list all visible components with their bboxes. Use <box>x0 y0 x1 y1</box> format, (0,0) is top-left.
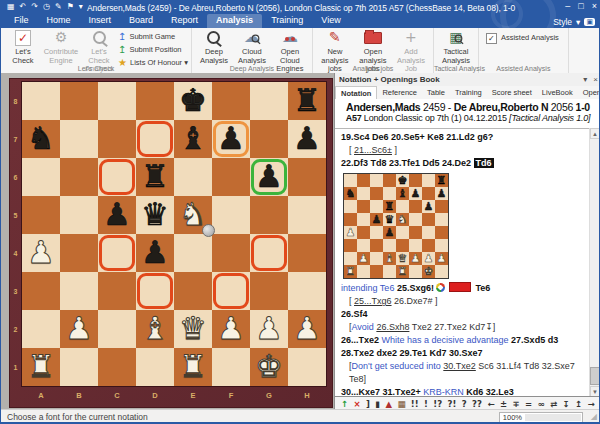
square-f2: ♟ <box>409 252 422 265</box>
square-f5 <box>409 213 422 226</box>
minimize-button[interactable]: – <box>565 1 570 11</box>
style-menu[interactable]: Style <box>553 17 572 27</box>
notation-tab-bar: NotationReferenceTableTrainingScore shee… <box>335 86 600 100</box>
tab-home[interactable]: Home <box>38 14 80 28</box>
square-e2: ♛ <box>396 252 409 265</box>
square-e6 <box>396 200 409 213</box>
notation-symbol-button-6[interactable]: !! <box>411 399 419 409</box>
square-d5: ♛ <box>383 213 396 226</box>
deep-analysis-button[interactable]: Deep Analysis <box>195 30 233 65</box>
highlight-g4 <box>251 235 287 271</box>
square-f3[interactable] <box>212 272 250 310</box>
black-rook[interactable]: ♜ <box>136 158 174 196</box>
square-e8[interactable]: ♚ <box>174 82 212 120</box>
square-f7: ♟ <box>409 187 422 200</box>
checkbox-icon: ✓ <box>486 33 497 44</box>
notation-symbol-button-9[interactable]: ?! <box>448 399 457 409</box>
title-bar: ▦↶↷◷✎⚑▾ Andersen,Mads (2459) - De Abreu,… <box>1 0 600 28</box>
notation-tab-livebook[interactable]: LiveBook <box>537 86 578 99</box>
move-text[interactable]: 25.Sxg6! <box>397 283 434 293</box>
black-knight: ♞ <box>344 187 357 200</box>
move-text[interactable]: 22.Df3 Td8 23.Tfe1 Dd5 24.De2 <box>341 158 474 168</box>
square-b5 <box>357 213 370 226</box>
new-analysis-jobs-icon: ✎ <box>329 33 341 45</box>
panel-title: Notation + Openings Book <box>339 75 440 84</box>
white-pawn[interactable]: ♟ <box>22 234 60 272</box>
black-pawn[interactable]: ♟ <box>212 120 250 158</box>
rank-label-6: 6 <box>9 158 22 196</box>
square-h7: ♟ <box>435 187 448 200</box>
drag-handle-dot[interactable] <box>202 224 215 237</box>
highlight-d3 <box>137 273 173 309</box>
square-a8[interactable] <box>22 82 60 120</box>
button-label: Submit Game <box>129 32 175 41</box>
notation-symbol-button-17[interactable]: ⇄ <box>550 399 557 409</box>
square-c5[interactable]: ♟ <box>98 196 136 234</box>
square-h1 <box>435 265 448 278</box>
white-queen[interactable]: ♛ <box>174 310 212 348</box>
file-label-b: B <box>60 388 98 406</box>
black-pawn: ♟ <box>422 200 435 213</box>
white-pawn[interactable]: ♟ <box>60 310 98 348</box>
annotator: [Tactical Analysis 1.0] <box>509 113 590 123</box>
rank-label-4: 4 <box>9 234 22 272</box>
submit-position-icon: ↥ <box>118 44 126 55</box>
square-a4[interactable]: ♟ <box>22 234 60 272</box>
square-a2[interactable] <box>22 310 60 348</box>
white-elo: 2459 - <box>420 101 453 113</box>
highlight-d7 <box>137 121 173 157</box>
open-cloud-engines-icon: ☁ <box>282 33 298 45</box>
notation-tab-score-sheet[interactable]: Score sheet <box>487 86 537 99</box>
square-g6[interactable]: ♟ <box>250 158 288 196</box>
square-a2 <box>344 252 357 265</box>
square-d7 <box>383 187 396 200</box>
square-g3[interactable] <box>250 272 288 310</box>
square-g5 <box>422 213 435 226</box>
square-f1 <box>409 265 422 278</box>
help-icon[interactable]: ▣ <box>584 18 595 26</box>
square-d4[interactable]: ♟ <box>136 234 174 272</box>
black-rook: ♜ <box>383 200 396 213</box>
contribute-engine-button: ⚙Contribute Engine <box>42 30 80 65</box>
square-b6 <box>357 200 370 213</box>
square-b5[interactable] <box>60 196 98 234</box>
square-g6: ♟ <box>422 200 435 213</box>
square-e4 <box>396 226 409 239</box>
black-rook: ♜ <box>435 174 448 187</box>
square-g4[interactable] <box>250 234 288 272</box>
submit-game-icon: ↥ <box>118 31 126 42</box>
rank-label-1: 1 <box>9 348 22 386</box>
square-d7[interactable] <box>136 120 174 158</box>
square-g8 <box>422 174 435 187</box>
game-header: Andersen,Mads 2459 - De Abreu,Roberto N … <box>335 99 600 129</box>
file-label-c: C <box>98 388 136 406</box>
notation-line: [ 25...Txg6 26.Dxe7# ] <box>349 295 588 308</box>
notation-symbol-button-8[interactable]: !? <box>433 399 442 409</box>
square-c6 <box>370 200 383 213</box>
color-wheel-icon <box>436 283 445 292</box>
square-d3[interactable] <box>136 272 174 310</box>
square-a5 <box>344 213 357 226</box>
cloud-analysis-icon: ☁ <box>244 33 260 45</box>
black-player: De Abreu,Roberto N <box>454 101 549 113</box>
let-s-check-button[interactable]: ✓Let's Check <box>4 30 42 65</box>
square-h1[interactable] <box>288 348 326 386</box>
lets-check-icon: ✓ <box>15 34 31 45</box>
notation-symbol-button-15[interactable]: = <box>525 399 532 409</box>
white-knight: ♞ <box>396 213 409 226</box>
square-h5 <box>435 213 448 226</box>
comment-text: Don't get seduced into <box>352 361 444 371</box>
notation-line: 26.Sf4 <box>341 308 588 321</box>
variation-link[interactable]: 25...Txg6 <box>354 296 392 306</box>
lets-check-analysis-icon <box>93 31 106 47</box>
white-king[interactable]: ♚ <box>250 348 288 386</box>
black-king[interactable]: ♚ <box>174 82 212 120</box>
square-c1 <box>370 265 383 278</box>
white-pawn: ♟ <box>409 252 422 265</box>
ribbon-group-tactical-analysis: ▦Tactical AnalysisTactical Analysis <box>434 28 479 73</box>
file-label-d: D <box>136 388 174 406</box>
scrollbar-thumb[interactable] <box>590 367 600 385</box>
white-rook[interactable]: ♜ <box>174 348 212 386</box>
square-f7[interactable]: ♟ <box>212 120 250 158</box>
notation-symbol-button-12[interactable]: ← <box>487 399 494 409</box>
variation-link[interactable]: 30.Txe2 <box>443 361 476 371</box>
notation-symbol-button-14[interactable]: ∓ <box>512 399 519 409</box>
square-c2[interactable] <box>98 310 136 348</box>
submit-game-button[interactable]: ↥Submit Game <box>118 31 188 42</box>
square-b7 <box>357 187 370 200</box>
square-f8 <box>409 174 422 187</box>
assisted-analysis-checkbox[interactable]: ✓Assisted Analysis <box>482 30 565 44</box>
open-analysis-jobs-icon <box>364 32 382 47</box>
square-g5[interactable] <box>250 196 288 234</box>
square-e1: ♜ <box>396 265 409 278</box>
black-elo: 2056 <box>548 101 575 113</box>
game-result: 1-0 <box>576 101 590 113</box>
black-pawn: ♟ <box>383 226 396 239</box>
notation-symbol-button-16[interactable]: ∞ <box>538 399 545 409</box>
notation-line: [Don't get seduced into 30.Txe2 Sc6 31.L… <box>349 360 588 386</box>
file-label-a: A <box>22 388 60 406</box>
notation-symbol-button-0[interactable]: ↑ <box>341 399 348 409</box>
notation-line: 26...Txe2 White has a decisive advantage… <box>341 334 588 360</box>
cloud-analysis-button[interactable]: ☁Cloud Analysis <box>233 30 271 65</box>
square-c3[interactable] <box>98 272 136 310</box>
square-b1[interactable] <box>60 348 98 386</box>
eco-code: A57 <box>346 113 362 123</box>
tab-analysis[interactable]: Analysis <box>207 14 262 28</box>
group-label: Deep Analysis <box>192 65 312 72</box>
notation-tab-reference[interactable]: Reference <box>377 86 422 99</box>
square-e2[interactable]: ♛ <box>174 310 212 348</box>
square-f8[interactable] <box>212 82 250 120</box>
square-b7[interactable] <box>60 120 98 158</box>
square-e6[interactable] <box>174 158 212 196</box>
button-label: Let's Check <box>4 48 42 65</box>
highlight-c6 <box>99 159 135 195</box>
square-c1[interactable] <box>98 348 136 386</box>
square-f6[interactable] <box>212 158 250 196</box>
square-b4[interactable] <box>60 234 98 272</box>
square-d5[interactable]: ♛ <box>136 196 174 234</box>
square-c8[interactable] <box>98 82 136 120</box>
black-queen: ♛ <box>383 213 396 226</box>
square-g2[interactable]: ♟ <box>250 310 288 348</box>
progress-label: 100% <box>500 413 525 422</box>
tab-insert[interactable]: Insert <box>80 14 121 28</box>
square-h4[interactable] <box>288 234 326 272</box>
button-label: Submit Position <box>129 45 181 54</box>
tab-board[interactable]: Board <box>120 14 162 28</box>
square-g1[interactable]: ♚ <box>250 348 288 386</box>
chevron-down-icon[interactable]: ▾ <box>576 17 580 27</box>
white-player: Andersen,Mads <box>346 101 420 113</box>
rank-labels: 87654321 <box>9 82 22 386</box>
contribute-engine-icon: ⚙ <box>55 33 68 45</box>
square-h6 <box>435 200 448 213</box>
square-b3[interactable] <box>60 272 98 310</box>
notation-line: 22.Df3 Td8 23.Tfe1 Dd5 24.De2 Td6 <box>341 157 588 170</box>
variation-link[interactable]: 21...Sc6± <box>354 145 392 155</box>
square-b6[interactable] <box>60 158 98 196</box>
group-label: Analysis jobs <box>313 65 433 72</box>
square-e5[interactable]: ♞ <box>174 196 212 234</box>
notation-symbol-button-10[interactable]: ? <box>462 399 467 409</box>
square-h3 <box>435 239 448 252</box>
rank-label-3: 3 <box>9 272 22 310</box>
notation-symbol-button-3[interactable]: ▮ <box>375 399 380 409</box>
black-pawn: ♟ <box>435 187 448 200</box>
board-area: 87654321 ♚♜♞♝♟♟♜♟♟♛♞♟♟♟♝♛♟♟♟♜♜♚ ABCDEFGH <box>1 73 334 410</box>
square-c7[interactable] <box>98 120 136 158</box>
move-text[interactable]: 26.Sf4 <box>341 309 368 319</box>
tactical-analysis-button[interactable]: ▦Tactical Analysis <box>437 30 475 65</box>
current-move[interactable]: Td6 <box>474 158 494 168</box>
annotation-symbol-toolbar: ↑×]▮▲▦!!!!??!???←±∓=∞⇄↧↥→ <box>335 396 600 410</box>
square-c6[interactable] <box>98 158 136 196</box>
white-rook[interactable]: ♜ <box>22 348 60 386</box>
event-info: London Classic op 7th (1) 04.12.2015 <box>362 113 510 123</box>
notation-symbol-button-20[interactable]: → <box>588 399 595 409</box>
notation-symbol-button-13[interactable]: ± <box>500 399 507 409</box>
square-h7[interactable]: ♟ <box>288 120 326 158</box>
square-a8 <box>344 174 357 187</box>
black-pawn[interactable]: ♟ <box>136 234 174 272</box>
square-e5: ♞ <box>396 213 409 226</box>
square-h2: ♟ <box>435 252 448 265</box>
tab-report[interactable]: Report <box>162 14 207 28</box>
square-a3 <box>344 239 357 252</box>
move-text[interactable]: 26.Dxe7# ] <box>392 296 438 306</box>
square-e7: ♝ <box>396 187 409 200</box>
rank-label-2: 2 <box>9 310 22 348</box>
square-a6[interactable] <box>22 158 60 196</box>
notation-tab-openings-book[interactable]: Openings Book <box>578 86 600 99</box>
ribbon: ✓Let's Check⚙Contribute EngineLet's Chec… <box>1 28 600 74</box>
group-label: Let's Check <box>1 65 191 72</box>
move-text[interactable]: 19.Sc4 De6 20.Se5+ Ke8 21.Ld2 g6? <box>341 132 493 142</box>
square-b1 <box>357 265 370 278</box>
square-c5: ♟ <box>370 213 383 226</box>
square-d8[interactable] <box>136 82 174 120</box>
square-a5[interactable] <box>22 196 60 234</box>
notation-symbol-button-2[interactable]: ] <box>366 399 370 409</box>
comment-text: intending Te6 <box>341 283 397 293</box>
notation-symbol-button-1[interactable]: × <box>354 399 361 409</box>
move-text[interactable]: 26...Txe2 <box>341 335 382 345</box>
file-label-g: G <box>250 388 288 406</box>
square-g2: ♟ <box>422 252 435 265</box>
deep-analysis-icon <box>207 31 220 47</box>
black-pawn[interactable]: ♟ <box>250 158 288 196</box>
notation-tab-table[interactable]: Table <box>422 86 450 99</box>
black-bishop[interactable]: ♝ <box>174 120 212 158</box>
white-pawn[interactable]: ♟ <box>288 310 326 348</box>
notation-symbol-button-19[interactable]: ↥ <box>575 399 582 409</box>
white-pawn[interactable]: ♟ <box>250 310 288 348</box>
button-label: Tactical Analysis <box>437 48 475 65</box>
square-a3[interactable] <box>22 272 60 310</box>
move-text[interactable]: Txe2 27.Txe2 Kd7↧] <box>409 322 495 332</box>
submit-position-button[interactable]: ↥Submit Position <box>118 44 188 55</box>
square-c8 <box>370 174 383 187</box>
black-pawn[interactable]: ♟ <box>98 196 136 234</box>
square-f4 <box>409 226 422 239</box>
tab-view[interactable]: View <box>312 14 349 28</box>
square-h2[interactable]: ♟ <box>288 310 326 348</box>
black-rook[interactable]: ♜ <box>288 82 326 120</box>
ribbon-group-let-s-check: ✓Let's Check⚙Contribute EngineLet's Chec… <box>1 28 192 73</box>
square-b8[interactable] <box>60 82 98 120</box>
square-g7[interactable] <box>250 120 288 158</box>
square-c4[interactable] <box>98 234 136 272</box>
square-h5[interactable] <box>288 196 326 234</box>
square-a1[interactable]: ♜ <box>22 348 60 386</box>
square-f1[interactable] <box>212 348 250 386</box>
panel-close-icon[interactable]: × <box>593 73 598 86</box>
window-title: Andersen,Mads (2459) - De Abreu,Roberto … <box>1 3 600 13</box>
close-button[interactable]: × <box>592 1 597 11</box>
square-b2[interactable]: ♟ <box>60 310 98 348</box>
notation-symbol-button-7[interactable]: ! <box>424 399 428 409</box>
square-e7[interactable]: ♝ <box>174 120 212 158</box>
square-f3 <box>409 239 422 252</box>
square-f2[interactable]: ♟ <box>212 310 250 348</box>
square-g8[interactable] <box>250 82 288 120</box>
scroll-up-icon[interactable]: ▲ <box>590 128 600 139</box>
square-g4 <box>422 226 435 239</box>
ribbon-group-analysis-jobs: ✎New analysis jobsOpen analysis jobs+Add… <box>313 28 434 73</box>
ribbon-group-deep-analysis: Deep Analysis☁Cloud Analysis☁Open Cloud … <box>192 28 313 73</box>
square-e8: ♚ <box>396 174 409 187</box>
square-f5[interactable] <box>212 196 250 234</box>
white-bishop[interactable]: ♝ <box>136 310 174 348</box>
square-f4[interactable] <box>212 234 250 272</box>
notation-line: [Avoid 26.Sxh8 Txe2 27.Txe2 Kd7↧] <box>349 321 588 334</box>
square-h3[interactable] <box>288 272 326 310</box>
button-label: Cloud Analysis <box>233 48 271 65</box>
variation-link[interactable]: 26.Sxh8 <box>376 322 409 332</box>
square-e1[interactable]: ♜ <box>174 348 212 386</box>
white-queen: ♛ <box>396 252 409 265</box>
notation-symbol-button-18[interactable]: ↧ <box>563 399 570 409</box>
red-marker-icon <box>449 282 471 292</box>
square-b8 <box>357 174 370 187</box>
tactical-analysis-icon: ▦ <box>449 33 462 45</box>
square-e4[interactable] <box>174 234 212 272</box>
chess-board[interactable]: ♚♜♞♝♟♟♜♟♟♛♞♟♟♟♝♛♟♟♟♜♜♚ <box>22 82 326 386</box>
button-label: Contribute Engine <box>42 48 80 65</box>
notation-scrollbar[interactable]: ▲ ▼ <box>589 128 600 397</box>
resize-grip[interactable]: ◢ <box>591 412 597 421</box>
square-e3[interactable] <box>174 272 212 310</box>
notation-tab-notation[interactable]: Notation <box>335 86 377 99</box>
notation-text: 19.Sc4 De6 20.Se5+ Ke8 21.Ld2 g6?[ 21...… <box>335 128 590 397</box>
square-c3 <box>370 239 383 252</box>
move-text[interactable]: ] <box>392 145 397 155</box>
panel-title-bar: Notation + Openings Book ▾ × <box>335 73 600 87</box>
square-e3 <box>396 239 409 252</box>
notation-tab-training[interactable]: Training <box>450 86 487 99</box>
black-queen[interactable]: ♛ <box>136 196 174 234</box>
white-rook: ♜ <box>344 265 357 278</box>
square-a6 <box>344 200 357 213</box>
comment-text: White has a decisive advantage <box>382 335 512 345</box>
square-f6 <box>409 200 422 213</box>
square-d1[interactable] <box>136 348 174 386</box>
square-d2[interactable]: ♝ <box>136 310 174 348</box>
status-bar: Choose a font for the current notation 1… <box>1 409 599 424</box>
square-g7 <box>422 187 435 200</box>
notation-panel: Notation + Openings Book ▾ × NotationRef… <box>334 73 600 410</box>
notation-line: [ 21...Sc6± ] <box>349 144 588 157</box>
tab-file[interactable]: File <box>5 14 38 28</box>
notation-symbol-button-11[interactable]: ?? <box>472 399 482 409</box>
square-h8[interactable]: ♜ <box>288 82 326 120</box>
panel-collapse-icon[interactable]: ▾ <box>583 73 587 86</box>
square-d6: ♜ <box>383 200 396 213</box>
square-d4: ♟ <box>383 226 396 239</box>
white-pawn[interactable]: ♟ <box>212 310 250 348</box>
square-a7[interactable]: ♞ <box>22 120 60 158</box>
tab-training[interactable]: Training <box>262 14 312 28</box>
notation-symbol-button-4[interactable]: ▲ <box>385 399 392 409</box>
white-pawn: ♟ <box>357 252 370 265</box>
button-label: Deep Analysis <box>195 48 233 65</box>
maximize-button[interactable]: □ <box>578 1 583 11</box>
rank-label-7: 7 <box>9 120 22 158</box>
white-king: ♚ <box>422 265 435 278</box>
square-h4 <box>435 226 448 239</box>
rank-label-5: 5 <box>9 196 22 234</box>
white-pawn: ♟ <box>422 252 435 265</box>
notation-symbol-button-5[interactable]: ▦ <box>397 399 405 409</box>
square-d2: ♝ <box>383 252 396 265</box>
white-pawn: ♟ <box>435 252 448 265</box>
black-pawn[interactable]: ♟ <box>288 120 326 158</box>
square-d6[interactable]: ♜ <box>136 158 174 196</box>
white-rook: ♜ <box>396 265 409 278</box>
square-d3 <box>383 239 396 252</box>
square-h6[interactable] <box>288 158 326 196</box>
square-h8: ♜ <box>435 174 448 187</box>
move-text[interactable]: Te6 <box>473 283 490 293</box>
black-knight[interactable]: ♞ <box>22 120 60 158</box>
